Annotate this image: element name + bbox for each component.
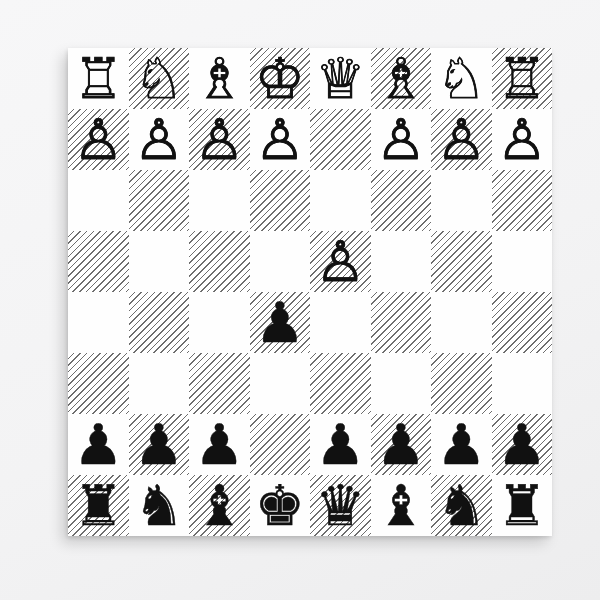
square-g4 [129, 231, 190, 292]
square-g2: ♙ [129, 109, 190, 170]
square-a8: ♜ [492, 475, 553, 536]
square-a1: ♖ [492, 48, 553, 109]
square-b2: ♙ [431, 109, 492, 170]
square-d1: ♕ [310, 48, 371, 109]
piece-black-rook-h8: ♜ [73, 478, 123, 534]
square-d5 [310, 292, 371, 353]
square-d2 [310, 109, 371, 170]
square-h4 [68, 231, 129, 292]
square-f5 [189, 292, 250, 353]
square-e8: ♚ [250, 475, 311, 536]
square-e4 [250, 231, 311, 292]
square-g1: ♘ [129, 48, 190, 109]
square-h3 [68, 170, 129, 231]
piece-white-pawn-b2: ♙ [436, 112, 486, 168]
piece-white-pawn-d4: ♙ [315, 234, 365, 290]
piece-black-pawn-c7: ♟ [376, 417, 426, 473]
piece-black-pawn-d7: ♟ [315, 417, 365, 473]
piece-black-pawn-f7: ♟ [194, 417, 244, 473]
piece-black-rook-a8: ♜ [497, 478, 547, 534]
square-g8: ♞ [129, 475, 190, 536]
piece-white-pawn-h2: ♙ [73, 112, 123, 168]
piece-white-pawn-f2: ♙ [194, 112, 244, 168]
square-b4 [431, 231, 492, 292]
square-b7: ♟ [431, 414, 492, 475]
square-f7: ♟ [189, 414, 250, 475]
piece-black-pawn-e5: ♟ [255, 295, 305, 351]
square-d3 [310, 170, 371, 231]
square-b1: ♘ [431, 48, 492, 109]
square-a2: ♙ [492, 109, 553, 170]
square-f1: ♗ [189, 48, 250, 109]
square-a4 [492, 231, 553, 292]
square-h6 [68, 353, 129, 414]
piece-black-bishop-c8: ♝ [376, 478, 426, 534]
square-b6 [431, 353, 492, 414]
piece-black-king-e8: ♚ [255, 478, 305, 534]
square-c1: ♗ [371, 48, 432, 109]
square-a5 [492, 292, 553, 353]
square-a6 [492, 353, 553, 414]
square-f2: ♙ [189, 109, 250, 170]
square-f4 [189, 231, 250, 292]
square-c3 [371, 170, 432, 231]
square-f8: ♝ [189, 475, 250, 536]
square-h5 [68, 292, 129, 353]
square-h1: ♖ [68, 48, 129, 109]
piece-black-pawn-g7: ♟ [134, 417, 184, 473]
square-b3 [431, 170, 492, 231]
square-c2: ♙ [371, 109, 432, 170]
piece-black-pawn-a7: ♟ [497, 417, 547, 473]
square-c6 [371, 353, 432, 414]
piece-white-bishop-f1: ♗ [194, 51, 244, 107]
piece-white-pawn-c2: ♙ [376, 112, 426, 168]
square-h2: ♙ [68, 109, 129, 170]
piece-black-queen-d8: ♛ [315, 478, 365, 534]
square-d7: ♟ [310, 414, 371, 475]
piece-white-rook-h1: ♖ [73, 51, 123, 107]
piece-white-pawn-g2: ♙ [134, 112, 184, 168]
square-d6 [310, 353, 371, 414]
square-g7: ♟ [129, 414, 190, 475]
piece-black-knight-b8: ♞ [436, 478, 486, 534]
square-c8: ♝ [371, 475, 432, 536]
piece-white-bishop-c1: ♗ [376, 51, 426, 107]
square-a3 [492, 170, 553, 231]
square-f3 [189, 170, 250, 231]
square-b8: ♞ [431, 475, 492, 536]
chess-board: ♖♘♗♔♕♗♘♖♙♙♙♙♙♙♙♙♟♟♟♟♟♟♟♟♜♞♝♚♛♝♞♜ [68, 48, 552, 536]
square-d4: ♙ [310, 231, 371, 292]
square-c4 [371, 231, 432, 292]
piece-black-bishop-f8: ♝ [194, 478, 244, 534]
piece-black-knight-g8: ♞ [134, 478, 184, 534]
square-c5 [371, 292, 432, 353]
square-e6 [250, 353, 311, 414]
square-g5 [129, 292, 190, 353]
piece-white-rook-a1: ♖ [497, 51, 547, 107]
piece-white-king-e1: ♔ [255, 51, 305, 107]
piece-white-knight-b1: ♘ [436, 51, 486, 107]
square-a7: ♟ [492, 414, 553, 475]
piece-white-pawn-e2: ♙ [255, 112, 305, 168]
square-c7: ♟ [371, 414, 432, 475]
square-e3 [250, 170, 311, 231]
square-g6 [129, 353, 190, 414]
piece-black-pawn-b7: ♟ [436, 417, 486, 473]
piece-white-pawn-a2: ♙ [497, 112, 547, 168]
piece-white-queen-d1: ♕ [315, 51, 365, 107]
square-d8: ♛ [310, 475, 371, 536]
piece-black-pawn-h7: ♟ [73, 417, 123, 473]
square-e1: ♔ [250, 48, 311, 109]
square-f6 [189, 353, 250, 414]
square-e2: ♙ [250, 109, 311, 170]
square-h7: ♟ [68, 414, 129, 475]
square-h8: ♜ [68, 475, 129, 536]
square-e5: ♟ [250, 292, 311, 353]
square-b5 [431, 292, 492, 353]
piece-white-knight-g1: ♘ [134, 51, 184, 107]
square-g3 [129, 170, 190, 231]
square-e7 [250, 414, 311, 475]
product-photo-background: ♖♘♗♔♕♗♘♖♙♙♙♙♙♙♙♙♟♟♟♟♟♟♟♟♜♞♝♚♛♝♞♜ [0, 0, 600, 600]
